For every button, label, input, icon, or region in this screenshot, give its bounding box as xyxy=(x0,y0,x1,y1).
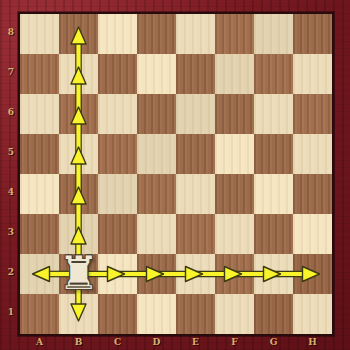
rank-label-3: 3 xyxy=(3,212,19,252)
square-c8[interactable] xyxy=(98,14,137,54)
file-label-f: F xyxy=(215,335,254,349)
square-e7[interactable] xyxy=(176,54,215,94)
square-f3[interactable] xyxy=(215,214,254,254)
square-g4[interactable] xyxy=(254,174,293,214)
square-e8[interactable] xyxy=(176,14,215,54)
square-f8[interactable] xyxy=(215,14,254,54)
square-a2[interactable] xyxy=(20,254,59,294)
square-h7[interactable] xyxy=(293,54,332,94)
square-a3[interactable] xyxy=(20,214,59,254)
chess-board-diagram: ♜ 87654321ABCDEFGH xyxy=(0,0,350,350)
square-g6[interactable] xyxy=(254,94,293,134)
square-c7[interactable] xyxy=(98,54,137,94)
square-c3[interactable] xyxy=(98,214,137,254)
square-b5[interactable] xyxy=(59,134,98,174)
square-g8[interactable] xyxy=(254,14,293,54)
square-f7[interactable] xyxy=(215,54,254,94)
rank-label-7: 7 xyxy=(3,52,19,92)
square-a6[interactable] xyxy=(20,94,59,134)
square-b6[interactable] xyxy=(59,94,98,134)
rank-label-5: 5 xyxy=(3,132,19,172)
square-f6[interactable] xyxy=(215,94,254,134)
square-c4[interactable] xyxy=(98,174,137,214)
square-g2[interactable] xyxy=(254,254,293,294)
square-b7[interactable] xyxy=(59,54,98,94)
rank-label-4: 4 xyxy=(3,172,19,212)
white-rook[interactable]: ♜ xyxy=(55,247,102,301)
file-label-b: B xyxy=(59,335,98,349)
square-g7[interactable] xyxy=(254,54,293,94)
square-e4[interactable] xyxy=(176,174,215,214)
square-c5[interactable] xyxy=(98,134,137,174)
square-a8[interactable] xyxy=(20,14,59,54)
square-e6[interactable] xyxy=(176,94,215,134)
rank-label-1: 1 xyxy=(3,292,19,332)
square-h4[interactable] xyxy=(293,174,332,214)
square-d7[interactable] xyxy=(137,54,176,94)
file-label-d: D xyxy=(137,335,176,349)
square-b8[interactable] xyxy=(59,14,98,54)
square-f4[interactable] xyxy=(215,174,254,214)
square-a1[interactable] xyxy=(20,294,59,334)
file-label-e: E xyxy=(176,335,215,349)
square-c2[interactable] xyxy=(98,254,137,294)
file-label-c: C xyxy=(98,335,137,349)
square-h8[interactable] xyxy=(293,14,332,54)
square-d4[interactable] xyxy=(137,174,176,214)
rank-label-6: 6 xyxy=(3,92,19,132)
square-e1[interactable] xyxy=(176,294,215,334)
square-h1[interactable] xyxy=(293,294,332,334)
square-h2[interactable] xyxy=(293,254,332,294)
square-a5[interactable] xyxy=(20,134,59,174)
square-a4[interactable] xyxy=(20,174,59,214)
file-label-g: G xyxy=(254,335,293,349)
square-g1[interactable] xyxy=(254,294,293,334)
square-h6[interactable] xyxy=(293,94,332,134)
square-h5[interactable] xyxy=(293,134,332,174)
rank-label-8: 8 xyxy=(3,12,19,52)
square-d3[interactable] xyxy=(137,214,176,254)
square-d6[interactable] xyxy=(137,94,176,134)
square-a7[interactable] xyxy=(20,54,59,94)
square-f1[interactable] xyxy=(215,294,254,334)
square-g5[interactable] xyxy=(254,134,293,174)
square-f2[interactable] xyxy=(215,254,254,294)
square-c1[interactable] xyxy=(98,294,137,334)
square-d1[interactable] xyxy=(137,294,176,334)
square-d2[interactable] xyxy=(137,254,176,294)
square-f5[interactable] xyxy=(215,134,254,174)
square-c6[interactable] xyxy=(98,94,137,134)
file-label-a: A xyxy=(20,335,59,349)
square-d8[interactable] xyxy=(137,14,176,54)
file-label-h: H xyxy=(293,335,332,349)
square-g3[interactable] xyxy=(254,214,293,254)
square-e3[interactable] xyxy=(176,214,215,254)
square-e2[interactable] xyxy=(176,254,215,294)
square-b4[interactable] xyxy=(59,174,98,214)
square-h3[interactable] xyxy=(293,214,332,254)
square-d5[interactable] xyxy=(137,134,176,174)
rank-label-2: 2 xyxy=(3,252,19,292)
square-e5[interactable] xyxy=(176,134,215,174)
